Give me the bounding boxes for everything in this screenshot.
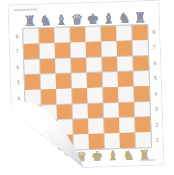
square-g1: [120, 133, 136, 148]
black-bishop-icon: ♝: [55, 13, 68, 27]
square-f6: [102, 57, 118, 72]
square-e8: [85, 27, 101, 42]
printed-white-pieces-row: ♜♞♝♛♚♝♞♜: [26, 148, 153, 171]
square-b5: [40, 74, 56, 89]
rank-label: 8: [15, 33, 18, 39]
square-g3: [119, 102, 135, 117]
white-knight-icon: ♞: [44, 151, 56, 164]
product-photo-chess-mat: ♜♞♝♛♚♝♞♜ 87654321 87654321 ♜♞♝♛♚♝♞♜: [0, 0, 174, 175]
black-king-icon: ♚: [86, 12, 99, 26]
square-a8: [23, 28, 39, 43]
fine-print-bottom-right: [140, 159, 155, 161]
black-knight-icon: ♞: [39, 13, 52, 27]
black-knight-icon: ♞: [118, 11, 131, 25]
square-c3: [57, 104, 73, 119]
rank-label: 1: [156, 137, 159, 143]
square-e4: [87, 88, 103, 103]
square-c8: [54, 27, 70, 42]
square-e7: [86, 42, 102, 57]
square-b6: [40, 59, 56, 74]
square-f8: [101, 26, 117, 41]
rank-label: 1: [19, 141, 22, 147]
rank-label: 3: [155, 106, 158, 112]
square-h8: [132, 25, 148, 40]
rank-label: 5: [154, 75, 157, 81]
square-d6: [71, 58, 87, 73]
square-h3: [134, 102, 150, 117]
square-d5: [71, 73, 87, 88]
rank-label: 7: [16, 48, 19, 54]
rank-label: 6: [16, 64, 19, 70]
chess-mat: ♜♞♝♛♚♝♞♜ 87654321 87654321 ♜♞♝♛♚♝♞♜: [7, 0, 164, 170]
square-g6: [117, 56, 133, 71]
square-a6: [24, 59, 40, 74]
square-d1: [73, 134, 89, 149]
black-rook-icon: ♜: [23, 14, 36, 28]
square-f7: [101, 41, 117, 56]
rank-label: 7: [153, 44, 156, 50]
square-g8: [117, 26, 133, 41]
square-h4: [134, 86, 150, 101]
square-b4: [41, 89, 57, 104]
rank-label: 4: [154, 91, 157, 97]
black-queen-icon: ♛: [71, 12, 84, 26]
square-f5: [102, 72, 118, 87]
white-bishop-icon: ♝: [107, 149, 119, 162]
square-d3: [72, 104, 88, 119]
square-h2: [135, 117, 151, 132]
white-knight-icon: ♞: [123, 149, 135, 162]
rank-label: 6: [153, 60, 156, 66]
square-g2: [119, 117, 135, 132]
square-h7: [133, 40, 149, 55]
square-e5: [87, 72, 103, 87]
square-c7: [55, 43, 71, 58]
square-d2: [73, 119, 89, 134]
square-h1: [135, 132, 151, 147]
square-h5: [134, 71, 150, 86]
square-b7: [39, 43, 55, 58]
rank-label: 4: [17, 95, 20, 101]
square-f1: [104, 133, 120, 148]
white-king-icon: ♚: [91, 150, 103, 163]
mat-surface: ♜♞♝♛♚♝♞♜ 87654321 87654321 ♜♞♝♛♚♝♞♜: [7, 0, 164, 170]
rank-label: 2: [155, 121, 158, 127]
square-c6: [55, 58, 71, 73]
square-c5: [56, 73, 72, 88]
square-g7: [117, 41, 133, 56]
square-a7: [24, 44, 40, 59]
rank-label: 2: [18, 126, 21, 132]
black-bishop-icon: ♝: [102, 11, 115, 25]
white-rook-icon: ♜: [28, 151, 40, 164]
rank-label: 5: [17, 79, 20, 85]
square-h6: [133, 56, 149, 71]
square-d7: [70, 42, 86, 57]
square-d4: [72, 88, 88, 103]
square-a5: [25, 74, 41, 89]
square-c4: [56, 89, 72, 104]
square-e3: [88, 103, 104, 118]
square-e6: [86, 57, 102, 72]
square-g5: [118, 71, 134, 86]
square-b8: [39, 28, 55, 43]
square-e2: [88, 118, 104, 133]
square-e1: [89, 134, 105, 149]
square-g4: [118, 87, 134, 102]
square-d8: [70, 27, 86, 42]
square-a1: [27, 136, 43, 151]
rank-label: 8: [152, 29, 155, 35]
square-f2: [104, 118, 120, 133]
square-f3: [103, 103, 119, 118]
black-rook-icon: ♜: [134, 10, 147, 24]
square-f4: [103, 87, 119, 102]
